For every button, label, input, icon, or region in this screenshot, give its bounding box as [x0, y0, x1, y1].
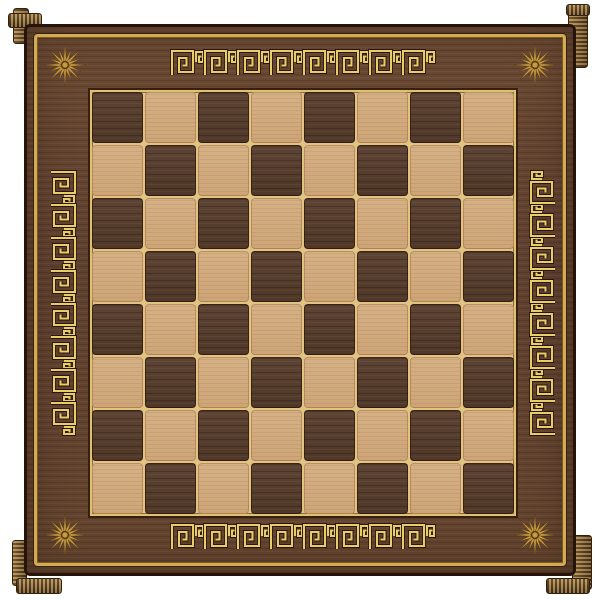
square-r1c2[interactable] [198, 145, 249, 196]
square-r0c1[interactable] [145, 92, 196, 143]
sunburst-ornament-top-left [43, 43, 87, 87]
square-r3c2[interactable] [198, 251, 249, 302]
square-r2c3[interactable] [251, 198, 302, 249]
square-r5c7[interactable] [463, 357, 514, 408]
square-r5c5[interactable] [357, 357, 408, 408]
square-r4c6[interactable] [410, 304, 461, 355]
square-r6c5[interactable] [357, 410, 408, 461]
greek-key-border-left [48, 171, 78, 435]
square-r2c2[interactable] [198, 198, 249, 249]
square-r0c5[interactable] [357, 92, 408, 143]
square-r2c1[interactable] [145, 198, 196, 249]
square-r5c0[interactable] [92, 357, 143, 408]
square-r1c3[interactable] [251, 145, 302, 196]
square-r4c1[interactable] [145, 304, 196, 355]
greek-key-border-right [528, 171, 558, 435]
brass-fitting-bar [546, 578, 590, 594]
square-r7c0[interactable] [92, 463, 143, 514]
square-r5c2[interactable] [198, 357, 249, 408]
sunburst-ornament-top-right [513, 43, 557, 87]
square-r7c2[interactable] [198, 463, 249, 514]
square-r7c7[interactable] [463, 463, 514, 514]
square-r3c0[interactable] [92, 251, 143, 302]
square-r2c0[interactable] [92, 198, 143, 249]
square-r7c4[interactable] [304, 463, 355, 514]
square-r5c4[interactable] [304, 357, 355, 408]
square-r1c4[interactable] [304, 145, 355, 196]
square-r1c0[interactable] [92, 145, 143, 196]
square-r0c6[interactable] [410, 92, 461, 143]
square-r4c5[interactable] [357, 304, 408, 355]
greek-key-border-top [171, 48, 435, 78]
square-r3c5[interactable] [357, 251, 408, 302]
square-r1c7[interactable] [463, 145, 514, 196]
square-r7c5[interactable] [357, 463, 408, 514]
square-r7c3[interactable] [251, 463, 302, 514]
square-r4c7[interactable] [463, 304, 514, 355]
sunburst-ornament-bottom-right [513, 513, 557, 557]
square-r4c4[interactable] [304, 304, 355, 355]
square-r0c0[interactable] [92, 92, 143, 143]
square-r6c4[interactable] [304, 410, 355, 461]
square-r6c3[interactable] [251, 410, 302, 461]
square-r3c6[interactable] [410, 251, 461, 302]
square-r6c2[interactable] [198, 410, 249, 461]
square-r3c4[interactable] [304, 251, 355, 302]
square-r6c6[interactable] [410, 410, 461, 461]
square-r2c6[interactable] [410, 198, 461, 249]
square-r0c2[interactable] [198, 92, 249, 143]
square-r4c0[interactable] [92, 304, 143, 355]
square-r4c3[interactable] [251, 304, 302, 355]
square-r5c3[interactable] [251, 357, 302, 408]
board-photo [0, 0, 600, 600]
square-r0c4[interactable] [304, 92, 355, 143]
square-r3c7[interactable] [463, 251, 514, 302]
chessboard [24, 24, 576, 576]
square-r4c2[interactable] [198, 304, 249, 355]
square-r5c6[interactable] [410, 357, 461, 408]
square-r2c5[interactable] [357, 198, 408, 249]
square-r7c1[interactable] [145, 463, 196, 514]
square-r1c5[interactable] [357, 145, 408, 196]
square-r5c1[interactable] [145, 357, 196, 408]
square-r3c3[interactable] [251, 251, 302, 302]
square-r7c6[interactable] [410, 463, 461, 514]
brass-fitting-bar [16, 578, 62, 594]
playing-field [90, 90, 516, 516]
sunburst-ornament-bottom-left [43, 513, 87, 557]
square-r6c0[interactable] [92, 410, 143, 461]
square-r6c1[interactable] [145, 410, 196, 461]
square-r0c3[interactable] [251, 92, 302, 143]
square-r0c7[interactable] [463, 92, 514, 143]
brass-fitting-bar [566, 4, 590, 16]
square-r1c1[interactable] [145, 145, 196, 196]
square-r2c4[interactable] [304, 198, 355, 249]
greek-key-border-bottom [171, 522, 435, 552]
square-r1c6[interactable] [410, 145, 461, 196]
square-r2c7[interactable] [463, 198, 514, 249]
square-r3c1[interactable] [145, 251, 196, 302]
square-r6c7[interactable] [463, 410, 514, 461]
